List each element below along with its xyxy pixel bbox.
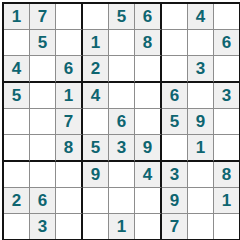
cell-r2c8[interactable] [188,30,214,56]
cell-r7c6[interactable]: 4 [135,162,162,188]
cell-r7c7[interactable]: 3 [162,162,188,188]
cell-r2c1[interactable] [4,30,30,56]
cell-r3c7[interactable] [162,56,188,83]
cell-r9c1[interactable] [4,214,30,239]
cell-r6c5[interactable]: 3 [109,135,135,162]
cell-r1c7[interactable] [162,4,188,30]
cell-r5c1[interactable] [4,109,30,135]
cell-r9c9[interactable] [214,214,239,239]
cell-r5c7[interactable]: 5 [162,109,188,135]
cell-r5c9[interactable] [214,109,239,135]
cell-r3c8[interactable]: 3 [188,56,214,83]
cell-r9c5[interactable]: 1 [109,214,135,239]
cell-r1c1[interactable]: 1 [4,4,30,30]
cell-r6c9[interactable] [214,135,239,162]
cell-r5c6[interactable] [135,109,162,135]
cell-r1c5[interactable]: 5 [109,4,135,30]
cell-r4c3[interactable]: 1 [56,83,83,109]
cell-r5c5[interactable]: 6 [109,109,135,135]
cell-r1c8[interactable]: 4 [188,4,214,30]
cell-r7c1[interactable] [4,162,30,188]
cell-r3c1[interactable]: 4 [4,56,30,83]
cell-r2c2[interactable]: 5 [30,30,56,56]
cell-r3c6[interactable] [135,56,162,83]
cell-r8c6[interactable] [135,188,162,214]
cell-r8c1[interactable]: 2 [4,188,30,214]
cell-r7c2[interactable] [30,162,56,188]
cell-r4c2[interactable] [30,83,56,109]
cell-r3c5[interactable] [109,56,135,83]
cell-r8c7[interactable]: 9 [162,188,188,214]
cell-r7c8[interactable] [188,162,214,188]
cell-r1c9[interactable] [214,4,239,30]
cell-r5c8[interactable]: 9 [188,109,214,135]
cell-r6c1[interactable] [4,135,30,162]
cell-r6c6[interactable]: 9 [135,135,162,162]
cell-r9c4[interactable] [83,214,109,239]
cell-r2c5[interactable] [109,30,135,56]
cell-r2c6[interactable]: 8 [135,30,162,56]
cell-r5c3[interactable]: 7 [56,109,83,135]
cell-r3c9[interactable] [214,56,239,83]
cell-r9c6[interactable] [135,214,162,239]
cell-r4c8[interactable] [188,83,214,109]
cell-r1c2[interactable]: 7 [30,4,56,30]
cell-r8c4[interactable] [83,188,109,214]
cell-r8c2[interactable]: 6 [30,188,56,214]
page: 17564518646235146376598539194382691317 [0,0,240,240]
cell-r1c3[interactable] [56,4,83,30]
cell-r4c7[interactable]: 6 [162,83,188,109]
cell-r8c5[interactable] [109,188,135,214]
cell-r3c4[interactable]: 2 [83,56,109,83]
cell-r6c2[interactable] [30,135,56,162]
cell-r7c4[interactable]: 9 [83,162,109,188]
cell-r3c3[interactable]: 6 [56,56,83,83]
cell-r5c4[interactable] [83,109,109,135]
sudoku-board: 17564518646235146376598539194382691317 [2,2,240,240]
cell-r7c3[interactable] [56,162,83,188]
cell-r4c4[interactable]: 4 [83,83,109,109]
cell-r6c7[interactable] [162,135,188,162]
cell-r2c7[interactable] [162,30,188,56]
cell-r9c3[interactable] [56,214,83,239]
cell-r8c9[interactable]: 1 [214,188,239,214]
cell-r5c2[interactable] [30,109,56,135]
cell-r4c6[interactable] [135,83,162,109]
cell-r6c4[interactable]: 5 [83,135,109,162]
cell-r7c5[interactable] [109,162,135,188]
cell-r9c2[interactable]: 3 [30,214,56,239]
cell-r1c6[interactable]: 6 [135,4,162,30]
cell-r7c9[interactable]: 8 [214,162,239,188]
cell-r6c8[interactable]: 1 [188,135,214,162]
cell-r9c8[interactable] [188,214,214,239]
cell-r3c2[interactable] [30,56,56,83]
cell-r2c3[interactable] [56,30,83,56]
cell-r2c4[interactable]: 1 [83,30,109,56]
cell-r6c3[interactable]: 8 [56,135,83,162]
cell-r2c9[interactable]: 6 [214,30,239,56]
cell-r8c3[interactable] [56,188,83,214]
cell-r4c1[interactable]: 5 [4,83,30,109]
cell-r9c7[interactable]: 7 [162,214,188,239]
cell-r1c4[interactable] [83,4,109,30]
cell-r4c5[interactable] [109,83,135,109]
cell-r4c9[interactable]: 3 [214,83,239,109]
cell-r8c8[interactable] [188,188,214,214]
